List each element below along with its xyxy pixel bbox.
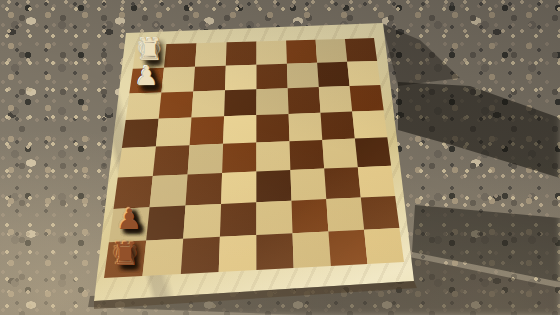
outdoor-chess-photo: ♜♞♝♛♚♝♞♜♟♟♟♟♟♟♟♟♟♟♟♟♟♟♟♟♜♞♝♛♚♝♞♜ — [0, 0, 560, 315]
piece-brown-rook[interactable]: ♜ — [111, 238, 140, 270]
piece-brown-pawn[interactable]: ♟ — [117, 206, 142, 234]
piece-white-pawn[interactable]: ♟ — [135, 63, 158, 89]
